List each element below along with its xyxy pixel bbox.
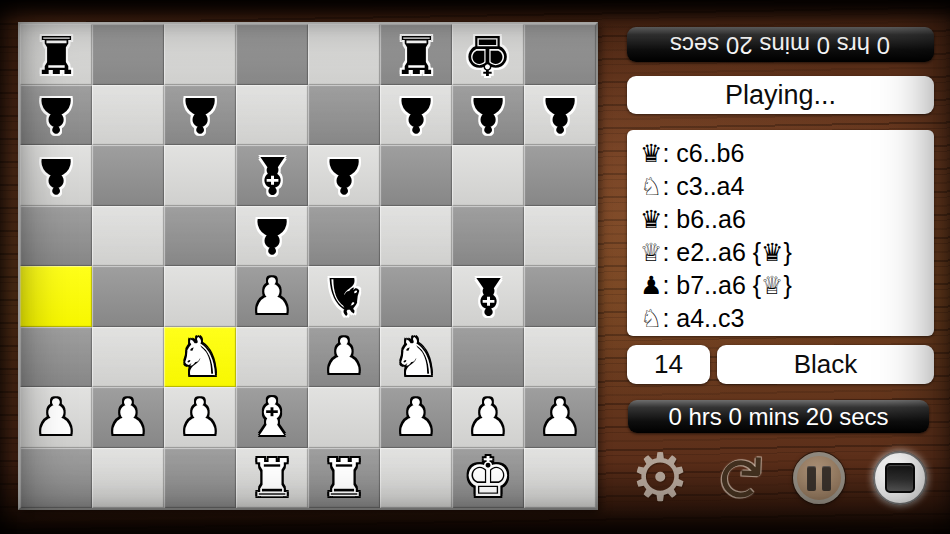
square-e5[interactable] — [308, 206, 380, 267]
square-e7[interactable] — [308, 85, 380, 146]
square-b2[interactable]: ♟ — [92, 387, 164, 448]
white-rook-d1: ♜ — [249, 452, 296, 504]
square-c8[interactable] — [164, 24, 236, 85]
square-a1[interactable] — [20, 448, 92, 509]
square-b3[interactable] — [92, 327, 164, 388]
move-entry: ♛: b6..a6 — [640, 203, 934, 236]
square-d1[interactable]: ♜ — [236, 448, 308, 509]
stop-button[interactable] — [873, 451, 927, 505]
black-pawn-a7: ♟ — [34, 90, 78, 139]
black-bishop-g4: ♝ — [465, 270, 512, 322]
square-h6[interactable] — [524, 145, 596, 206]
white-knight-c3: ♞ — [177, 331, 224, 383]
white-pawn-a2: ♟ — [34, 393, 78, 442]
gear-icon: ⚙ — [630, 446, 689, 510]
square-g1[interactable]: ♚ — [452, 448, 524, 509]
square-f1[interactable] — [380, 448, 452, 509]
black-rook-a8: ♜ — [33, 28, 80, 80]
white-rook-e1: ♜ — [321, 452, 368, 504]
white-pawn-h2: ♟ — [538, 393, 582, 442]
move-entry: ♕: e2..a6 {♛} — [640, 236, 934, 269]
square-g2[interactable]: ♟ — [452, 387, 524, 448]
square-b1[interactable] — [92, 448, 164, 509]
black-pawn-c7: ♟ — [178, 90, 222, 139]
black-pawn-h7: ♟ — [538, 90, 582, 139]
square-c4[interactable] — [164, 266, 236, 327]
square-b7[interactable] — [92, 85, 164, 146]
square-e3[interactable]: ♟ — [308, 327, 380, 388]
square-f7[interactable]: ♟ — [380, 85, 452, 146]
square-d2[interactable]: ♝ — [236, 387, 308, 448]
square-g7[interactable]: ♟ — [452, 85, 524, 146]
square-g6[interactable] — [452, 145, 524, 206]
move-entry: ♛: c6..b6 — [640, 137, 934, 170]
move-number-box: 14 — [627, 345, 710, 384]
square-c2[interactable]: ♟ — [164, 387, 236, 448]
white-pawn-g2: ♟ — [466, 393, 510, 442]
white-pawn-f2: ♟ — [394, 393, 438, 442]
white-pawn-e3: ♟ — [322, 332, 366, 381]
move-number: 14 — [654, 349, 683, 380]
square-h8[interactable] — [524, 24, 596, 85]
square-d4[interactable]: ♟ — [236, 266, 308, 327]
black-pawn-e6: ♟ — [322, 151, 366, 200]
move-entry: ♘: c3..a4 — [640, 170, 934, 203]
white-king-g1: ♚ — [463, 450, 512, 505]
move-list[interactable]: ♛: c6..b6 ♘: c3..a4 ♛: b6..a6 ♕: e2..a6 … — [627, 130, 934, 336]
square-g3[interactable] — [452, 327, 524, 388]
square-f6[interactable] — [380, 145, 452, 206]
square-c5[interactable] — [164, 206, 236, 267]
square-e8[interactable] — [308, 24, 380, 85]
square-a8[interactable]: ♜ — [20, 24, 92, 85]
status-text: Playing... — [725, 80, 836, 111]
square-c6[interactable] — [164, 145, 236, 206]
pause-button[interactable] — [793, 452, 845, 504]
square-g5[interactable] — [452, 206, 524, 267]
square-h3[interactable] — [524, 327, 596, 388]
white-clock: 0 hrs 0 mins 20 secs — [628, 400, 929, 433]
square-f2[interactable]: ♟ — [380, 387, 452, 448]
square-b4[interactable] — [92, 266, 164, 327]
square-c7[interactable]: ♟ — [164, 85, 236, 146]
square-f4[interactable] — [380, 266, 452, 327]
square-d5[interactable]: ♟ — [236, 206, 308, 267]
black-rook-f8: ♜ — [393, 28, 440, 80]
square-c3[interactable]: ♞ — [164, 327, 236, 388]
square-f5[interactable] — [380, 206, 452, 267]
square-h5[interactable] — [524, 206, 596, 267]
white-pawn-b2: ♟ — [106, 393, 150, 442]
white-pawn-c2: ♟ — [178, 393, 222, 442]
move-entry: ♟: b7..a6 {♕} — [640, 269, 934, 302]
square-b6[interactable] — [92, 145, 164, 206]
pause-icon — [822, 466, 831, 491]
square-h4[interactable] — [524, 266, 596, 327]
square-a5[interactable] — [20, 206, 92, 267]
turn-label: Black — [794, 349, 858, 380]
square-b8[interactable] — [92, 24, 164, 85]
square-g8[interactable]: ♚ — [452, 24, 524, 85]
square-e4[interactable]: ♞ — [308, 266, 380, 327]
square-a3[interactable] — [20, 327, 92, 388]
square-f8[interactable]: ♜ — [380, 24, 452, 85]
square-a4[interactable] — [20, 266, 92, 327]
status-box: Playing... — [627, 76, 934, 114]
turn-box: Black — [717, 345, 934, 384]
square-f3[interactable]: ♞ — [380, 327, 452, 388]
white-bishop-d2: ♝ — [249, 391, 296, 443]
stop-icon — [885, 463, 915, 493]
square-a2[interactable]: ♟ — [20, 387, 92, 448]
square-e2[interactable] — [308, 387, 380, 448]
square-d3[interactable] — [236, 327, 308, 388]
white-knight-f3: ♞ — [393, 331, 440, 383]
move-entry: ♘: a4..c3 — [640, 302, 934, 335]
square-h7[interactable]: ♟ — [524, 85, 596, 146]
black-pawn-d5: ♟ — [250, 211, 294, 260]
black-clock-text: 0 hrs 0 mins 20 secs — [670, 31, 890, 59]
chess-board: ♜♜♚♟♟♟♟♟♟♝♟♟♟♞♝♞♟♞♟♟♟♝♟♟♟♜♜♚ — [18, 22, 598, 510]
white-clock-text: 0 hrs 0 mins 20 secs — [668, 403, 888, 431]
black-pawn-a6: ♟ — [34, 151, 78, 200]
black-knight-e4: ♞ — [321, 270, 368, 322]
black-bishop-d6: ♝ — [249, 149, 296, 201]
square-h1[interactable] — [524, 448, 596, 509]
black-clock: 0 hrs 0 mins 20 secs — [627, 27, 934, 62]
white-pawn-d4: ♟ — [250, 272, 294, 321]
square-h2[interactable]: ♟ — [524, 387, 596, 448]
square-b5[interactable] — [92, 206, 164, 267]
undo-button[interactable]: ↻ — [707, 446, 771, 510]
square-d8[interactable] — [236, 24, 308, 85]
black-pawn-f7: ♟ — [394, 90, 438, 139]
pause-icon — [807, 466, 816, 491]
square-d6[interactable]: ♝ — [236, 145, 308, 206]
black-pawn-g7: ♟ — [466, 90, 510, 139]
square-e1[interactable]: ♜ — [308, 448, 380, 509]
square-e6[interactable]: ♟ — [308, 145, 380, 206]
undo-arrow-icon: ↻ — [706, 451, 772, 505]
settings-button[interactable]: ⚙ — [626, 446, 694, 510]
square-d7[interactable] — [236, 85, 308, 146]
square-a7[interactable]: ♟ — [20, 85, 92, 146]
square-c1[interactable] — [164, 448, 236, 509]
black-king-g8: ♚ — [463, 27, 512, 82]
square-a6[interactable]: ♟ — [20, 145, 92, 206]
square-g4[interactable]: ♝ — [452, 266, 524, 327]
